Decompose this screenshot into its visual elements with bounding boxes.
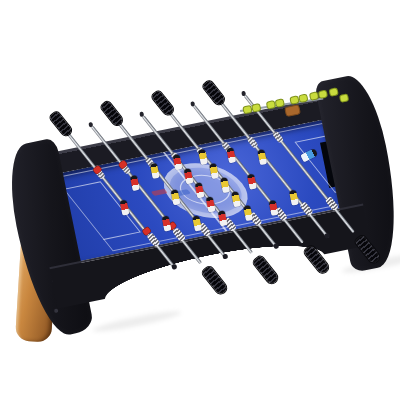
product-photo-scene — [0, 0, 400, 400]
foosball-table — [12, 68, 387, 342]
screw — [54, 308, 59, 313]
rod-handle[interactable] — [202, 80, 226, 107]
rod-handle[interactable] — [100, 100, 124, 127]
rod-handle[interactable] — [49, 111, 73, 138]
rod-handle[interactable] — [151, 90, 175, 117]
